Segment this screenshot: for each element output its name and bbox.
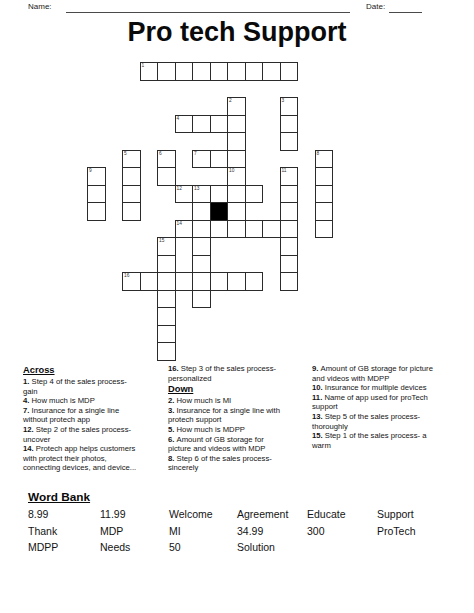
grid-cell[interactable] xyxy=(280,62,299,81)
clue-column-1: Across1. Step 4 of the sales process- ga… xyxy=(23,364,143,473)
word-bank-item: Welcome xyxy=(169,508,237,525)
grid-cell[interactable] xyxy=(280,272,299,291)
grid-cell[interactable] xyxy=(280,115,299,134)
grid-cell[interactable] xyxy=(227,202,246,221)
clue-13: 13. Step 5 of the sales process- thoroug… xyxy=(312,412,440,431)
word-bank-heading: Word Bank xyxy=(28,490,90,504)
grid-cell[interactable]: 13 xyxy=(192,185,211,204)
grid-cell[interactable]: 14 xyxy=(175,220,194,239)
word-bank-item: MDP xyxy=(100,525,169,542)
clue-number: 2 xyxy=(229,98,232,104)
word-bank: 8.9911.99WelcomeAgreementEducateSupportT… xyxy=(28,508,457,558)
grid-cell[interactable] xyxy=(192,62,211,81)
clue-7: 7. Insurance for a single line without p… xyxy=(23,406,143,425)
grid-cell[interactable] xyxy=(122,202,141,221)
grid-cell[interactable] xyxy=(280,132,299,151)
grid-cell[interactable]: 11 xyxy=(280,167,299,186)
grid-cell[interactable] xyxy=(245,62,264,81)
grid-cell[interactable] xyxy=(245,220,264,239)
grid-cell[interactable]: 16 xyxy=(122,272,141,291)
word-bank-item: MI xyxy=(169,525,237,542)
clue-number: 15 xyxy=(159,238,164,244)
grid-cell[interactable] xyxy=(227,150,246,169)
worksheet-page: { "game": "crossword", "title": "Pro tec… xyxy=(0,0,474,613)
grid-cell[interactable] xyxy=(315,202,334,221)
grid-cell[interactable] xyxy=(315,185,334,204)
clue-column-3: 9. Amount of GB storage for picture and … xyxy=(312,364,440,450)
grid-cell[interactable] xyxy=(157,272,176,291)
clue-14: 14. Protech app helps customers with pro… xyxy=(23,444,143,473)
grid-cell[interactable] xyxy=(245,185,264,204)
word-bank-item: MDPP xyxy=(28,541,100,558)
grid-cell[interactable] xyxy=(280,185,299,204)
clue-number: 6 xyxy=(159,151,162,157)
grid-cell[interactable]: 1 xyxy=(140,62,159,81)
grid-cell[interactable] xyxy=(210,150,229,169)
grid-cell[interactable] xyxy=(245,272,264,291)
clue-number: 11 xyxy=(282,168,287,174)
clue-number: 3 xyxy=(282,98,285,104)
grid-cell[interactable] xyxy=(227,185,246,204)
clue-number: 7 xyxy=(194,151,197,157)
grid-cell[interactable] xyxy=(280,202,299,221)
name-fill-line[interactable] xyxy=(66,12,350,13)
grid-cell[interactable] xyxy=(280,255,299,274)
grid-cell[interactable]: 3 xyxy=(280,97,299,116)
grid-cell[interactable] xyxy=(122,185,141,204)
grid-cell[interactable] xyxy=(192,202,211,221)
grid-cell[interactable]: 10 xyxy=(227,167,246,186)
grid-cell[interactable] xyxy=(210,62,229,81)
grid-cell[interactable] xyxy=(227,62,246,81)
grid-cell[interactable] xyxy=(157,290,176,309)
grid-cell[interactable] xyxy=(315,167,334,186)
word-bank-item: 50 xyxy=(169,541,237,558)
grid-cell[interactable] xyxy=(87,202,106,221)
word-bank-item: 8.99 xyxy=(28,508,100,525)
word-bank-item: ProTech xyxy=(377,525,457,542)
clue-15: 15. Step 1 of the sales process- a warm xyxy=(312,431,440,450)
word-bank-item: Needs xyxy=(100,541,169,558)
grid-cell[interactable] xyxy=(227,115,246,134)
grid-cell[interactable] xyxy=(210,185,229,204)
grid-cell[interactable] xyxy=(157,62,176,81)
clue-6: 6. Amount of GB storage for picture and … xyxy=(168,435,288,454)
word-bank-item: Support xyxy=(377,508,457,525)
grid-cell[interactable]: 12 xyxy=(175,185,194,204)
grid-cell[interactable] xyxy=(157,325,176,344)
grid-cell[interactable]: 15 xyxy=(157,237,176,256)
grid-cell[interactable] xyxy=(87,185,106,204)
clue-number: 12 xyxy=(177,186,182,192)
grid-cell[interactable]: 8 xyxy=(315,150,334,169)
clue-4: 4. How much is MDP xyxy=(23,396,143,406)
grid-cell[interactable]: 4 xyxy=(175,115,194,134)
across-heading: Across xyxy=(23,365,143,376)
date-label: Date: xyxy=(366,2,385,11)
clue-5: 5. How much is MDPP xyxy=(168,425,288,435)
grid-cell[interactable] xyxy=(227,272,246,291)
black-cell xyxy=(210,202,229,221)
grid-cell[interactable]: 9 xyxy=(87,167,106,186)
clue-16: 16. Step 3 of the sales process- persona… xyxy=(168,364,288,383)
grid-cell[interactable] xyxy=(262,62,281,81)
word-bank-item: Solution xyxy=(237,541,307,558)
grid-cell[interactable] xyxy=(280,237,299,256)
grid-cell[interactable] xyxy=(210,272,229,291)
name-label: Name: xyxy=(28,2,52,11)
grid-cell[interactable] xyxy=(175,62,194,81)
crossword-grid: 12345678910111213141516 xyxy=(87,62,333,361)
page-title: Pro tech Support xyxy=(0,17,474,48)
word-bank-item: 300 xyxy=(307,525,377,542)
word-bank-item: Agreement xyxy=(237,508,307,525)
clue-3: 3. Insurance for a single line with prot… xyxy=(168,406,288,425)
clue-1: 1. Step 4 of the sales process- gain xyxy=(23,377,143,396)
grid-cell[interactable] xyxy=(157,342,176,361)
clue-number: 8 xyxy=(317,151,320,157)
clue-12: 12. Step 2 of the sales process- uncover xyxy=(23,425,143,444)
grid-cell[interactable] xyxy=(192,255,211,274)
clue-8: 8. Step 6 of the sales process- sincerel… xyxy=(168,454,288,473)
clue-number: 13 xyxy=(194,186,199,192)
grid-cell[interactable] xyxy=(157,255,176,274)
grid-cell[interactable] xyxy=(227,132,246,151)
grid-cell[interactable] xyxy=(210,115,229,134)
clue-number: 14 xyxy=(177,221,182,227)
word-bank-item: 11.99 xyxy=(100,508,169,525)
grid-cell[interactable] xyxy=(192,115,211,134)
clue-10: 10. Insurance for multiple devices xyxy=(312,383,440,393)
grid-cell[interactable] xyxy=(175,272,194,291)
word-bank-item: Thank xyxy=(28,525,100,542)
grid-cell[interactable] xyxy=(157,167,176,186)
grid-cell[interactable]: 5 xyxy=(122,150,141,169)
grid-cell[interactable] xyxy=(192,290,211,309)
grid-cell[interactable] xyxy=(192,237,211,256)
down-heading: Down xyxy=(168,384,288,395)
grid-cell[interactable] xyxy=(192,220,211,239)
clue-number: 9 xyxy=(89,168,92,174)
grid-cell[interactable] xyxy=(140,272,159,291)
clue-number: 5 xyxy=(124,151,127,157)
grid-cell[interactable] xyxy=(157,307,176,326)
clue-number: 16 xyxy=(124,273,129,279)
clue-number: 4 xyxy=(177,116,180,122)
grid-cell[interactable] xyxy=(192,272,211,291)
grid-cell[interactable] xyxy=(262,220,281,239)
clue-number: 10 xyxy=(229,168,234,174)
grid-cell[interactable] xyxy=(280,220,299,239)
clue-number: 1 xyxy=(142,63,145,69)
grid-cell[interactable] xyxy=(315,220,334,239)
grid-cell[interactable] xyxy=(210,220,229,239)
clue-column-2: 16. Step 3 of the sales process- persona… xyxy=(168,364,288,473)
grid-cell[interactable]: 7 xyxy=(192,150,211,169)
clue-11: 11. Name of app used for proTech support xyxy=(312,393,440,412)
grid-cell[interactable]: 2 xyxy=(227,97,246,116)
grid-cell[interactable] xyxy=(227,220,246,239)
grid-cell[interactable] xyxy=(122,167,141,186)
date-fill-line[interactable] xyxy=(389,12,422,13)
clue-2: 2. How much is MI xyxy=(168,396,288,406)
word-bank-item: Educate xyxy=(307,508,377,525)
word-bank-item: 34.99 xyxy=(237,525,307,542)
grid-cell[interactable]: 6 xyxy=(157,150,176,169)
clue-9: 9. Amount of GB storage for picture and … xyxy=(312,364,440,383)
